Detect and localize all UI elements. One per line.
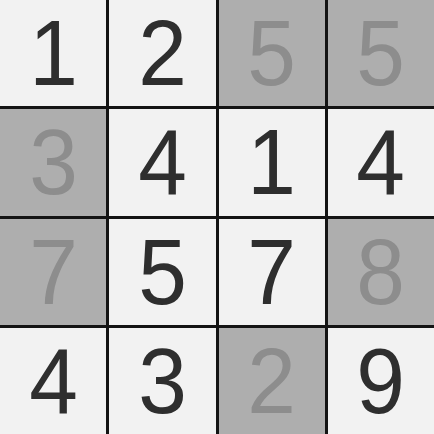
cell-r2c3[interactable]: 1	[219, 109, 325, 215]
cell-digit: 9	[357, 335, 406, 427]
cell-r4c2[interactable]: 3	[109, 328, 215, 434]
cell-digit: 4	[138, 116, 187, 208]
cell-digit: 3	[29, 116, 78, 208]
cell-r1c3[interactable]: 5	[219, 0, 325, 106]
cell-digit: 2	[247, 335, 296, 427]
cell-digit: 3	[138, 335, 187, 427]
cell-r4c3[interactable]: 2	[219, 328, 325, 434]
cell-digit: 8	[357, 226, 406, 318]
cell-r1c4[interactable]: 5	[328, 0, 434, 106]
cell-digit: 7	[247, 226, 296, 318]
cell-digit: 4	[357, 116, 406, 208]
cell-r4c4[interactable]: 9	[328, 328, 434, 434]
cell-r4c1[interactable]: 4	[0, 328, 106, 434]
cell-digit: 1	[29, 7, 78, 99]
cell-r3c2[interactable]: 5	[109, 219, 215, 325]
cell-digit: 5	[138, 226, 187, 318]
sudoku-board: 1 2 5 5 3 4 1 4 7 5 7 8 4 3 2 9	[0, 0, 434, 434]
cell-digit: 5	[247, 7, 296, 99]
cell-digit: 2	[138, 7, 187, 99]
cell-r3c3[interactable]: 7	[219, 219, 325, 325]
cell-r3c1[interactable]: 7	[0, 219, 106, 325]
cell-r1c2[interactable]: 2	[109, 0, 215, 106]
cell-digit: 4	[29, 335, 78, 427]
cell-digit: 5	[357, 7, 406, 99]
cell-digit: 1	[247, 116, 296, 208]
cell-r2c4[interactable]: 4	[328, 109, 434, 215]
cell-r3c4[interactable]: 8	[328, 219, 434, 325]
cell-r2c1[interactable]: 3	[0, 109, 106, 215]
cell-r1c1[interactable]: 1	[0, 0, 106, 106]
cell-r2c2[interactable]: 4	[109, 109, 215, 215]
cell-digit: 7	[29, 226, 78, 318]
